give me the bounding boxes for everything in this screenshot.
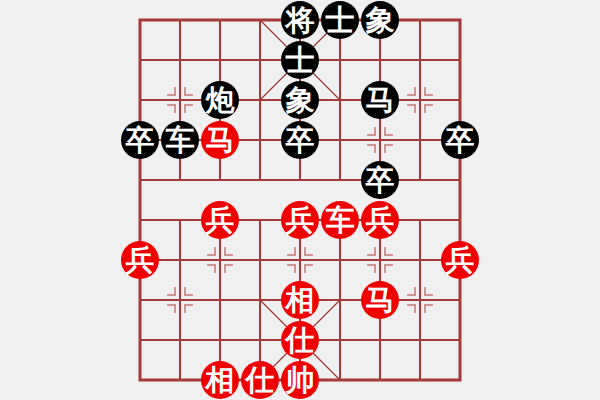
point-marker <box>425 87 433 95</box>
point-marker <box>385 265 393 273</box>
point-marker <box>305 247 313 255</box>
piece-black-general[interactable]: 将 <box>281 1 319 39</box>
point-marker <box>225 265 233 273</box>
piece-black-cannon[interactable]: 炮 <box>201 81 239 119</box>
piece-red-soldier[interactable]: 兵 <box>201 201 239 239</box>
point-marker <box>407 287 415 295</box>
point-marker <box>185 305 193 313</box>
point-marker <box>207 247 215 255</box>
point-marker <box>385 145 393 153</box>
point-marker <box>167 105 175 113</box>
piece-black-soldier[interactable]: 卒 <box>121 121 159 159</box>
point-marker <box>367 265 375 273</box>
point-marker <box>167 287 175 295</box>
point-marker <box>385 127 393 135</box>
point-marker <box>167 305 175 313</box>
piece-red-advisor[interactable]: 仕 <box>281 321 319 359</box>
point-marker <box>407 105 415 113</box>
point-marker <box>287 247 295 255</box>
point-marker <box>287 265 295 273</box>
point-marker <box>407 305 415 313</box>
point-marker <box>367 145 375 153</box>
point-marker <box>225 247 233 255</box>
point-marker <box>425 287 433 295</box>
point-marker <box>185 105 193 113</box>
point-marker <box>185 287 193 295</box>
point-marker <box>207 265 215 273</box>
piece-red-soldier[interactable]: 兵 <box>361 201 399 239</box>
piece-red-horse[interactable]: 马 <box>201 121 239 159</box>
point-marker <box>367 127 375 135</box>
piece-red-advisor[interactable]: 仕 <box>241 361 279 399</box>
piece-red-general[interactable]: 帅 <box>281 361 319 399</box>
point-marker <box>305 265 313 273</box>
piece-red-horse[interactable]: 马 <box>361 281 399 319</box>
point-marker <box>185 87 193 95</box>
point-marker <box>425 105 433 113</box>
piece-black-soldier[interactable]: 卒 <box>281 121 319 159</box>
point-marker <box>425 305 433 313</box>
piece-black-soldier[interactable]: 卒 <box>441 121 479 159</box>
point-marker <box>167 87 175 95</box>
piece-black-advisor[interactable]: 士 <box>281 41 319 79</box>
piece-black-chariot[interactable]: 车 <box>161 121 199 159</box>
piece-black-horse[interactable]: 马 <box>361 81 399 119</box>
piece-black-advisor[interactable]: 士 <box>321 1 359 39</box>
piece-black-soldier[interactable]: 卒 <box>361 161 399 199</box>
piece-red-soldier[interactable]: 兵 <box>121 241 159 279</box>
point-marker <box>367 247 375 255</box>
point-marker <box>407 87 415 95</box>
piece-red-soldier[interactable]: 兵 <box>441 241 479 279</box>
piece-red-soldier[interactable]: 兵 <box>281 201 319 239</box>
piece-red-elephant[interactable]: 相 <box>281 281 319 319</box>
piece-black-elephant[interactable]: 象 <box>281 81 319 119</box>
xiangqi-board[interactable]: 将士象士炮象马卒车马卒卒卒兵兵车兵兵兵相马仕相仕帅 <box>140 20 460 380</box>
point-marker <box>385 247 393 255</box>
piece-red-chariot[interactable]: 车 <box>321 201 359 239</box>
app-background: 将士象士炮象马卒车马卒卒卒兵兵车兵兵兵相马仕相仕帅 <box>0 0 600 400</box>
piece-red-elephant[interactable]: 相 <box>201 361 239 399</box>
piece-black-elephant[interactable]: 象 <box>361 1 399 39</box>
